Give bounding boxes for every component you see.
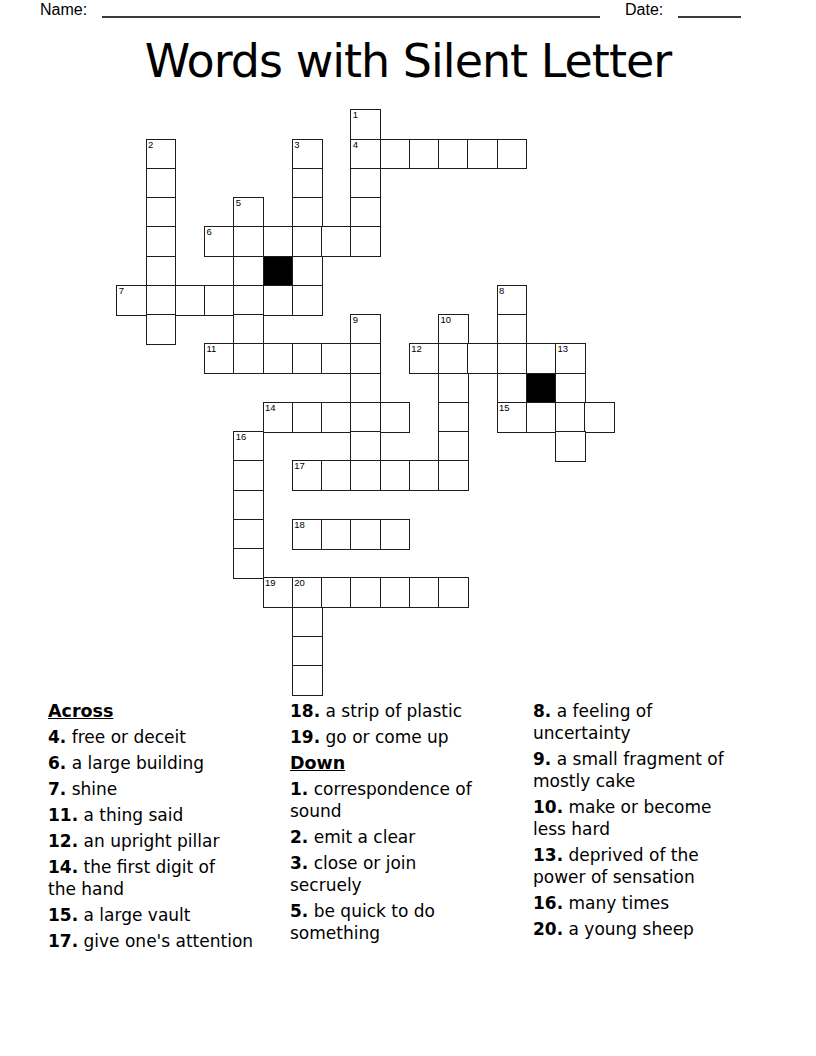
grid-cell[interactable] bbox=[146, 197, 177, 228]
grid-cell-black bbox=[263, 256, 294, 287]
grid-cell[interactable]: 5 bbox=[233, 197, 264, 228]
clue-heading-down: Down bbox=[290, 752, 532, 774]
grid-cell[interactable] bbox=[409, 139, 440, 170]
grid-cell[interactable]: 7 bbox=[116, 285, 147, 316]
grid-cell[interactable] bbox=[233, 460, 264, 491]
cell-number: 8 bbox=[499, 286, 504, 296]
cell-number: 5 bbox=[236, 198, 241, 208]
clue-number: 6. bbox=[48, 753, 66, 773]
cell-number: 1 bbox=[353, 110, 358, 120]
clue-item: 10. make or become less hard bbox=[533, 796, 775, 840]
cell-number: 9 bbox=[353, 315, 358, 325]
cell-number: 14 bbox=[265, 403, 276, 413]
grid-cell[interactable] bbox=[526, 402, 557, 433]
grid-cell-black bbox=[526, 373, 557, 404]
grid-cell[interactable] bbox=[146, 256, 177, 287]
grid-cell[interactable] bbox=[409, 460, 440, 491]
clue-number: 18. bbox=[290, 701, 320, 721]
clue-number: 15. bbox=[48, 905, 78, 925]
grid-cell[interactable] bbox=[146, 285, 177, 316]
clue-item: 11. a thing said bbox=[48, 804, 290, 826]
grid-cell[interactable] bbox=[321, 402, 352, 433]
cell-number: 12 bbox=[411, 344, 422, 354]
clue-number: 4. bbox=[48, 727, 66, 747]
clue-number: 3. bbox=[290, 853, 308, 873]
grid-cell[interactable] bbox=[292, 636, 323, 667]
grid-cell[interactable]: 15 bbox=[497, 402, 528, 433]
clue-text: many times bbox=[569, 893, 669, 913]
grid-cell[interactable]: 9 bbox=[350, 314, 381, 345]
clue-number: 9. bbox=[533, 749, 551, 769]
grid-cell[interactable]: 6 bbox=[204, 226, 235, 257]
grid-cell[interactable]: 17 bbox=[292, 460, 323, 491]
cell-number: 3 bbox=[294, 140, 299, 150]
grid-cell[interactable] bbox=[350, 577, 381, 608]
grid-cell[interactable] bbox=[292, 343, 323, 374]
grid-cell[interactable]: 12 bbox=[409, 343, 440, 374]
clue-text: an upright pillar bbox=[84, 831, 220, 851]
crossword-grid: 1234567891011121314151617181920 bbox=[117, 110, 614, 695]
clue-item: 8. a feeling of uncertainty bbox=[533, 700, 775, 744]
clue-item: 9. a small fragment of mostly cake bbox=[533, 748, 775, 792]
grid-cell[interactable] bbox=[321, 226, 352, 257]
name-field-line[interactable] bbox=[102, 16, 600, 18]
grid-cell[interactable] bbox=[438, 343, 469, 374]
grid-cell[interactable] bbox=[497, 373, 528, 404]
grid-cell[interactable] bbox=[350, 519, 381, 550]
clue-item: 1. correspondence of sound bbox=[290, 778, 532, 822]
grid-cell[interactable] bbox=[204, 285, 235, 316]
clue-number: 2. bbox=[290, 827, 308, 847]
clue-number: 5. bbox=[290, 901, 308, 921]
cell-number: 2 bbox=[148, 140, 153, 150]
clue-text: a small fragment of mostly cake bbox=[533, 749, 724, 791]
clue-item: 14. the first digit of the hand bbox=[48, 856, 290, 900]
grid-cell[interactable] bbox=[292, 168, 323, 199]
clue-number: 20. bbox=[533, 919, 563, 939]
cell-number: 11 bbox=[207, 344, 217, 354]
clue-text: a strip of plastic bbox=[326, 701, 463, 721]
clue-text: a large building bbox=[72, 753, 204, 773]
grid-cell[interactable] bbox=[497, 139, 528, 170]
clue-number: 8. bbox=[533, 701, 551, 721]
grid-cell[interactable] bbox=[467, 343, 498, 374]
clue-text: be quick to do something bbox=[290, 901, 435, 943]
clue-heading-across: Across bbox=[48, 700, 290, 722]
grid-cell[interactable] bbox=[292, 607, 323, 638]
grid-cell[interactable] bbox=[350, 343, 381, 374]
grid-cell[interactable] bbox=[233, 343, 264, 374]
grid-cell[interactable] bbox=[497, 314, 528, 345]
clue-text: free or deceit bbox=[72, 727, 186, 747]
date-field-line[interactable] bbox=[678, 16, 741, 18]
grid-cell[interactable] bbox=[555, 402, 586, 433]
grid-cell[interactable] bbox=[438, 373, 469, 404]
clue-number: 16. bbox=[533, 893, 563, 913]
grid-cell[interactable] bbox=[146, 168, 177, 199]
clue-column-middle: 18. a strip of plastic19. go or come upD… bbox=[290, 700, 532, 948]
grid-cell[interactable] bbox=[380, 577, 411, 608]
clue-text: a feeling of uncertainty bbox=[533, 701, 652, 743]
page-title: Words with Silent Letter bbox=[0, 33, 816, 89]
grid-cell[interactable] bbox=[321, 519, 352, 550]
clue-item: 16. many times bbox=[533, 892, 775, 914]
name-label: Name: bbox=[40, 1, 87, 19]
grid-cell[interactable] bbox=[350, 226, 381, 257]
clue-column-left: Across4. free or deceit6. a large buildi… bbox=[48, 700, 290, 956]
cell-number: 10 bbox=[441, 315, 452, 325]
grid-cell[interactable] bbox=[233, 285, 264, 316]
grid-cell[interactable] bbox=[233, 490, 264, 521]
grid-cell[interactable]: 20 bbox=[292, 577, 323, 608]
clue-item: 20. a young sheep bbox=[533, 918, 775, 940]
grid-cell[interactable] bbox=[438, 402, 469, 433]
grid-cell[interactable] bbox=[146, 226, 177, 257]
cell-number: 7 bbox=[119, 286, 124, 296]
grid-cell[interactable] bbox=[584, 402, 615, 433]
grid-cell[interactable]: 13 bbox=[555, 343, 586, 374]
grid-cell[interactable] bbox=[467, 139, 498, 170]
cell-number: 18 bbox=[294, 520, 305, 530]
clue-text: give one's attention bbox=[84, 931, 254, 951]
grid-cell[interactable]: 1 bbox=[350, 109, 381, 140]
grid-cell[interactable] bbox=[146, 314, 177, 345]
clue-text: a large vault bbox=[84, 905, 191, 925]
grid-cell[interactable] bbox=[555, 431, 586, 462]
grid-cell[interactable]: 16 bbox=[233, 431, 264, 462]
grid-cell[interactable] bbox=[292, 402, 323, 433]
clue-item: 5. be quick to do something bbox=[290, 900, 532, 944]
cell-number: 6 bbox=[207, 227, 212, 237]
grid-cell[interactable] bbox=[233, 226, 264, 257]
grid-cell[interactable] bbox=[233, 519, 264, 550]
clue-number: 1. bbox=[290, 779, 308, 799]
grid-cell[interactable] bbox=[321, 460, 352, 491]
cell-number: 20 bbox=[294, 578, 305, 588]
clue-item: 19. go or come up bbox=[290, 726, 532, 748]
clue-text: a young sheep bbox=[569, 919, 694, 939]
grid-cell[interactable] bbox=[321, 577, 352, 608]
clue-text: correspondence of sound bbox=[290, 779, 472, 821]
clue-item: 2. emit a clear bbox=[290, 826, 532, 848]
clue-item: 3. close or join secruely bbox=[290, 852, 532, 896]
clue-column-right: 8. a feeling of uncertainty9. a small fr… bbox=[533, 700, 775, 944]
grid-cell[interactable] bbox=[555, 373, 586, 404]
clue-item: 4. free or deceit bbox=[48, 726, 290, 748]
cell-number: 17 bbox=[294, 461, 305, 471]
clue-number: 7. bbox=[48, 779, 66, 799]
grid-cell[interactable] bbox=[292, 285, 323, 316]
clue-item: 15. a large vault bbox=[48, 904, 290, 926]
grid-cell[interactable] bbox=[438, 431, 469, 462]
cell-number: 13 bbox=[558, 344, 569, 354]
grid-cell[interactable]: 19 bbox=[263, 577, 294, 608]
clue-number: 10. bbox=[533, 797, 563, 817]
grid-cell[interactable] bbox=[350, 168, 381, 199]
clue-item: 13. deprived of the power of sensation bbox=[533, 844, 775, 888]
grid-cell[interactable] bbox=[233, 548, 264, 579]
grid-cell[interactable]: 14 bbox=[263, 402, 294, 433]
grid-cell[interactable] bbox=[350, 197, 381, 228]
clue-number: 11. bbox=[48, 805, 78, 825]
clue-item: 18. a strip of plastic bbox=[290, 700, 532, 722]
grid-cell[interactable] bbox=[526, 343, 557, 374]
grid-cell[interactable] bbox=[263, 285, 294, 316]
grid-cell[interactable] bbox=[233, 314, 264, 345]
cell-number: 16 bbox=[236, 432, 247, 442]
clue-number: 12. bbox=[48, 831, 78, 851]
grid-cell[interactable]: 2 bbox=[146, 139, 177, 170]
grid-cell[interactable] bbox=[263, 226, 294, 257]
clue-number: 19. bbox=[290, 727, 320, 747]
clue-number: 17. bbox=[48, 931, 78, 951]
grid-cell[interactable] bbox=[233, 256, 264, 287]
grid-cell[interactable]: 3 bbox=[292, 139, 323, 170]
clue-item: 12. an upright pillar bbox=[48, 830, 290, 852]
grid-cell[interactable] bbox=[350, 373, 381, 404]
grid-cell[interactable] bbox=[409, 577, 440, 608]
grid-cell[interactable] bbox=[380, 402, 411, 433]
cell-number: 4 bbox=[353, 140, 358, 150]
grid-cell[interactable]: 11 bbox=[204, 343, 235, 374]
grid-cell[interactable]: 10 bbox=[438, 314, 469, 345]
grid-cell[interactable] bbox=[292, 665, 323, 696]
grid-cell[interactable] bbox=[175, 285, 206, 316]
clue-number: 14. bbox=[48, 857, 78, 877]
grid-cell[interactable] bbox=[350, 402, 381, 433]
grid-cell[interactable] bbox=[350, 431, 381, 462]
grid-cell[interactable]: 18 bbox=[292, 519, 323, 550]
grid-cell[interactable] bbox=[321, 343, 352, 374]
grid-cell[interactable] bbox=[438, 577, 469, 608]
clue-text: go or come up bbox=[326, 727, 449, 747]
grid-cell[interactable] bbox=[292, 256, 323, 287]
grid-cell[interactable] bbox=[438, 460, 469, 491]
clue-text: a thing said bbox=[84, 805, 184, 825]
clue-number: 13. bbox=[533, 845, 563, 865]
clue-text: close or join secruely bbox=[290, 853, 416, 895]
grid-cell[interactable] bbox=[438, 139, 469, 170]
grid-cell[interactable] bbox=[292, 197, 323, 228]
clue-text: shine bbox=[72, 779, 118, 799]
date-label: Date: bbox=[625, 1, 663, 19]
grid-cell[interactable] bbox=[263, 343, 294, 374]
clue-item: 7. shine bbox=[48, 778, 290, 800]
clue-text: emit a clear bbox=[314, 827, 416, 847]
grid-cell[interactable] bbox=[380, 139, 411, 170]
clue-item: 17. give one's attention bbox=[48, 930, 290, 952]
cell-number: 19 bbox=[265, 578, 276, 588]
clue-item: 6. a large building bbox=[48, 752, 290, 774]
grid-cell[interactable]: 8 bbox=[497, 285, 528, 316]
grid-cell[interactable] bbox=[497, 343, 528, 374]
grid-cell[interactable] bbox=[380, 519, 411, 550]
grid-cell[interactable] bbox=[350, 460, 381, 491]
grid-cell[interactable]: 4 bbox=[350, 139, 381, 170]
grid-cell[interactable] bbox=[292, 226, 323, 257]
cell-number: 15 bbox=[499, 403, 510, 413]
grid-cell[interactable] bbox=[380, 460, 411, 491]
